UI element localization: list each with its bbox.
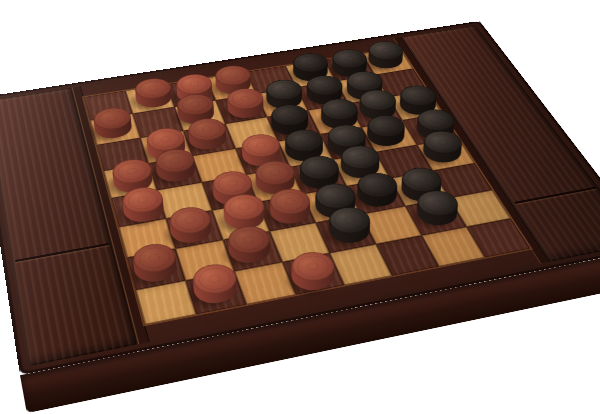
tray-lid-seam <box>514 187 597 204</box>
red-checker-c3-r5[interactable] <box>265 196 314 227</box>
black-checker-c5-r5[interactable] <box>352 180 402 210</box>
red-checker-c1-r5[interactable] <box>166 215 214 247</box>
red-checker-c1-r3[interactable] <box>153 157 198 186</box>
red-checker-c2-r6[interactable] <box>224 233 274 267</box>
red-checker-c3-r7[interactable] <box>286 259 338 294</box>
red-checker-c0-r6[interactable] <box>130 251 179 286</box>
red-checker-c1-r7[interactable] <box>189 272 240 308</box>
checkers-board-box <box>0 21 600 375</box>
black-checker-c4-r6[interactable] <box>323 215 374 247</box>
photo-backdrop <box>0 0 600 414</box>
red-checker-c0-r4[interactable] <box>120 195 166 226</box>
black-checker-c6-r6[interactable] <box>411 198 463 229</box>
tray-lid-seam <box>15 243 110 262</box>
